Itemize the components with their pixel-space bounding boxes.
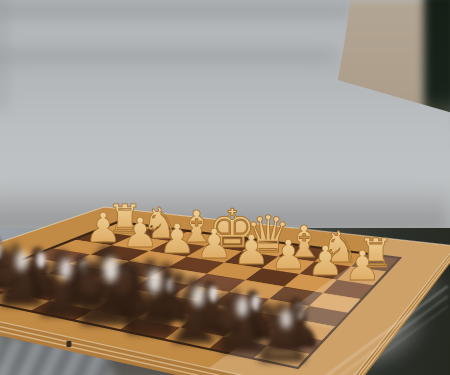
piece-highlight: [237, 297, 249, 317]
photo-scene: ♜♞♝♛♚♝♞♜♟♟♟♟♟♟♟♟♟♟♟♟♟♟♟♟♜♞♝♛♚♝♞♜: [0, 0, 450, 375]
piece-highlight: [281, 310, 292, 329]
piece-white-pawn-a2: ♟: [344, 242, 381, 290]
piece-highlight: [104, 257, 119, 282]
piece-white-pawn-b2: ♟: [307, 237, 344, 285]
piece-black-knight-g8: ♞: [0, 227, 55, 325]
piece-highlight: [16, 251, 28, 271]
piece-black-rook-h8: ♜: [0, 224, 8, 314]
chessboard: ♜♞♝♛♚♝♞♜♟♟♟♟♟♟♟♟♟♟♟♟♟♟♟♟♜♞♝♛♚♝♞♜: [0, 0, 450, 375]
piece-white-pawn-c2: ♟: [270, 231, 307, 279]
piece-white-pawn-d2: ♟: [233, 226, 270, 274]
piece-highlight: [60, 258, 72, 279]
